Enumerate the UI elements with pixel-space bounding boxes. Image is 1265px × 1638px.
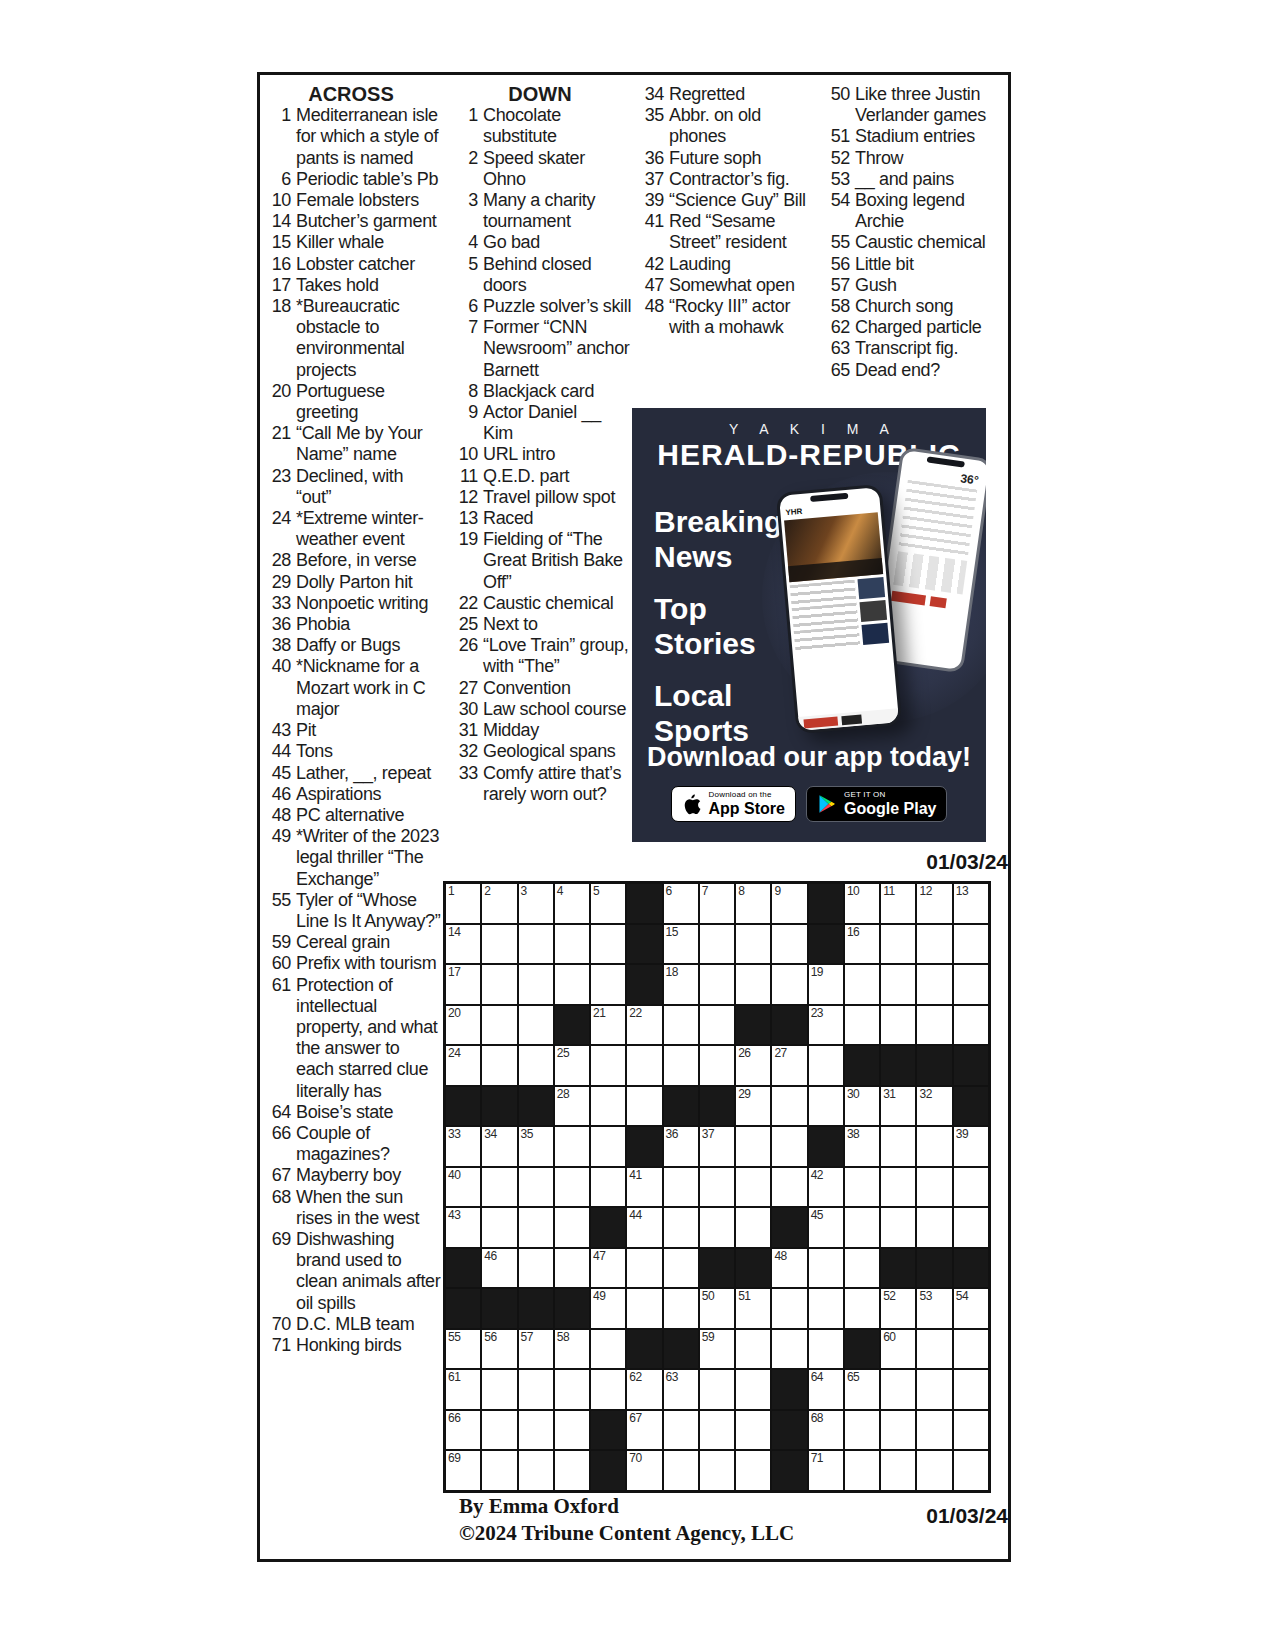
cell-r12c10[interactable]: [772, 1330, 806, 1369]
cell-r9c15[interactable]: [954, 1208, 988, 1247]
clue-number: 55: [820, 232, 855, 253]
clue-20: 20Portuguese greeting: [261, 381, 441, 423]
clue-text: “Science Guy” Bill: [669, 190, 812, 211]
cell-number-11: 11: [883, 884, 894, 898]
cell-r3c7[interactable]: 18: [664, 965, 698, 1004]
cell-r13c7[interactable]: 63: [664, 1370, 698, 1409]
cell-r10c6[interactable]: [627, 1249, 661, 1288]
clue-text: Abbr. on old phones: [669, 105, 812, 147]
cell-r11c12[interactable]: [845, 1289, 879, 1328]
cell-r15c12[interactable]: [845, 1451, 879, 1490]
clue-text: Caustic chemical: [855, 232, 1010, 253]
clue-number: 11: [448, 466, 483, 487]
clue-number: 49: [261, 826, 296, 847]
cell-r11c9[interactable]: 51: [736, 1289, 770, 1328]
cell-r2c7[interactable]: 15: [664, 925, 698, 964]
cell-r2c12[interactable]: 16: [845, 925, 879, 964]
cell-r9c8[interactable]: [700, 1208, 734, 1247]
cell-r10c3[interactable]: [519, 1249, 553, 1288]
cell-r8c10[interactable]: [772, 1168, 806, 1207]
ad-yakima-herald-republic[interactable]: Y A K I M A HERALD-REPUBLIC Breaking New…: [632, 408, 986, 842]
cell-number-46: 46: [484, 1249, 496, 1263]
cell-r12c9[interactable]: [736, 1330, 770, 1369]
cell-r14c15[interactable]: [954, 1411, 988, 1450]
cell-r3c9[interactable]: [736, 965, 770, 1004]
down-column-3: 50Like three Justin Verlander games51Sta…: [820, 84, 1010, 381]
cell-r14c13[interactable]: [881, 1411, 915, 1450]
cell-r4c8[interactable]: [700, 1006, 734, 1045]
cell-r15c2[interactable]: [482, 1451, 516, 1490]
cell-r9c11[interactable]: 45: [809, 1208, 843, 1247]
cell-r7c14[interactable]: [917, 1127, 951, 1166]
clue-text: Blackjack card: [483, 381, 632, 402]
cell-r8c15[interactable]: [954, 1168, 988, 1207]
clue-text: Midday: [483, 720, 632, 741]
cell-r5c10[interactable]: 27: [772, 1046, 806, 1085]
clue-54: 54Boxing legend Archie: [820, 190, 1010, 232]
clue-21: 21“Call Me by Your Name” name: [261, 423, 441, 465]
clue-69: 69Dishwashing brand used to clean animal…: [261, 1229, 441, 1314]
down-header: DOWN: [448, 84, 632, 105]
clue-9: 9Actor Daniel __ Kim: [448, 402, 632, 444]
cell-r2c10[interactable]: [772, 925, 806, 964]
clue-number: 9: [448, 402, 483, 423]
clue-24: 24*Extreme winter-weather event: [261, 508, 441, 550]
cell-r14c14[interactable]: [917, 1411, 951, 1450]
phone-story-row: [794, 623, 889, 651]
cell-r13c6[interactable]: 62: [627, 1370, 661, 1409]
cell-r8c3[interactable]: [519, 1168, 553, 1207]
clue-text: Somewhat open: [669, 275, 812, 296]
clue-text: Law school course: [483, 699, 632, 720]
cell-r3c5[interactable]: [591, 965, 625, 1004]
cell-r4c3[interactable]: [519, 1006, 553, 1045]
clue-47: 47Somewhat open: [634, 275, 812, 296]
cell-r3c10[interactable]: [772, 965, 806, 1004]
cell-number-44: 44: [629, 1208, 641, 1222]
cell-r2c15[interactable]: [954, 925, 988, 964]
cell-r13c15[interactable]: [954, 1370, 988, 1409]
cell-r9c2[interactable]: [482, 1208, 516, 1247]
clue-number: 41: [634, 211, 669, 232]
cell-r11c11[interactable]: [809, 1289, 843, 1328]
cell-r9c12[interactable]: [845, 1208, 879, 1247]
cell-r15c3[interactable]: [519, 1451, 553, 1490]
cell-r2c13[interactable]: [881, 925, 915, 964]
clue-number: 67: [261, 1165, 296, 1186]
cell-r14c6[interactable]: 67: [627, 1411, 661, 1450]
cell-r9c7[interactable]: [664, 1208, 698, 1247]
cell-r5c7[interactable]: [664, 1046, 698, 1085]
cell-r5c6[interactable]: [627, 1046, 661, 1085]
cell-r1c4[interactable]: 4: [555, 884, 589, 923]
cell-number-58: 58: [557, 1330, 569, 1344]
cell-r6c6[interactable]: [627, 1087, 661, 1126]
cell-r4c5[interactable]: 21: [591, 1006, 625, 1045]
cell-r7c5[interactable]: [591, 1127, 625, 1166]
clue-text: Pit: [296, 720, 441, 741]
cell-r1c9[interactable]: 8: [736, 884, 770, 923]
ad-brand-city: Y A K I M A: [632, 421, 986, 437]
cell-r12c14[interactable]: [917, 1330, 951, 1369]
cell-r8c6[interactable]: 41: [627, 1168, 661, 1207]
cell-r4c1[interactable]: 20: [446, 1006, 480, 1045]
cell-r12c2[interactable]: 56: [482, 1330, 516, 1369]
cell-r8c7[interactable]: [664, 1168, 698, 1207]
cell-number-9: 9: [774, 884, 780, 898]
cell-r14c9[interactable]: [736, 1411, 770, 1450]
cell-r7c9[interactable]: [736, 1127, 770, 1166]
cell-r6c12[interactable]: 30: [845, 1087, 879, 1126]
clue-3: 3Many a charity tournament: [448, 190, 632, 232]
cell-r11c15[interactable]: 54: [954, 1289, 988, 1328]
cell-r4c15[interactable]: [954, 1006, 988, 1045]
cell-r3c15[interactable]: [954, 965, 988, 1004]
cell-r11c13[interactable]: 52: [881, 1289, 915, 1328]
cell-r4c14[interactable]: [917, 1006, 951, 1045]
cell-number-50: 50: [702, 1289, 714, 1303]
black-cell-r4c4: [555, 1006, 589, 1045]
cell-r7c12[interactable]: 38: [845, 1127, 879, 1166]
cell-r1c15[interactable]: 13: [954, 884, 988, 923]
cell-r3c14[interactable]: [917, 965, 951, 1004]
clue-51: 51Stadium entries: [820, 126, 1010, 147]
cell-r8c2[interactable]: [482, 1168, 516, 1207]
cell-r2c4[interactable]: [555, 925, 589, 964]
cell-r3c8[interactable]: [700, 965, 734, 1004]
cell-number-60: 60: [883, 1330, 895, 1344]
clue-25: 25Next to: [448, 614, 632, 635]
cell-number-47: 47: [593, 1249, 605, 1263]
clue-40: 40*Nickname for a Mozart work in C major: [261, 656, 441, 720]
clue-text: Future soph: [669, 148, 812, 169]
cell-number-53: 53: [919, 1289, 931, 1303]
cell-r1c8[interactable]: 7: [700, 884, 734, 923]
cell-r14c1[interactable]: 66: [446, 1411, 480, 1450]
cell-r15c8[interactable]: [700, 1451, 734, 1490]
cell-r6c5[interactable]: [591, 1087, 625, 1126]
clue-46: 46Aspirations: [261, 784, 441, 805]
clue-50: 50Like three Justin Verlander games: [820, 84, 1010, 126]
cell-r11c6[interactable]: [627, 1289, 661, 1328]
clue-number: 36: [261, 614, 296, 635]
cell-r11c8[interactable]: 50: [700, 1289, 734, 1328]
cell-r15c15[interactable]: [954, 1451, 988, 1490]
cell-r12c1[interactable]: 55: [446, 1330, 480, 1369]
cell-r9c6[interactable]: 44: [627, 1208, 661, 1247]
cell-r11c10[interactable]: [772, 1289, 806, 1328]
phone-text-lines: [898, 480, 977, 559]
clue-55: 55Tyler of “Whose Line Is It Anyway?”: [261, 890, 441, 932]
cell-r13c14[interactable]: [917, 1370, 951, 1409]
cell-r4c13[interactable]: [881, 1006, 915, 1045]
cell-r2c8[interactable]: [700, 925, 734, 964]
cell-r14c8[interactable]: [700, 1411, 734, 1450]
cell-r2c5[interactable]: [591, 925, 625, 964]
cell-number-59: 59: [702, 1330, 714, 1344]
cell-r12c11[interactable]: [809, 1330, 843, 1369]
clue-43: 43Pit: [261, 720, 441, 741]
cell-r13c2[interactable]: [482, 1370, 516, 1409]
cell-r15c13[interactable]: [881, 1451, 915, 1490]
cell-r13c5[interactable]: [591, 1370, 625, 1409]
cell-r2c2[interactable]: [482, 925, 516, 964]
clue-17: 17Takes hold: [261, 275, 441, 296]
app-store-badge[interactable]: Download on the App Store: [671, 786, 796, 822]
cell-r14c2[interactable]: [482, 1411, 516, 1450]
cell-r9c14[interactable]: [917, 1208, 951, 1247]
clue-text: Little bit: [855, 254, 1010, 275]
cell-r3c2[interactable]: [482, 965, 516, 1004]
clue-number: 68: [261, 1187, 296, 1208]
cell-r12c8[interactable]: 59: [700, 1330, 734, 1369]
clue-36: 36Future soph: [634, 148, 812, 169]
clue-number: 47: [634, 275, 669, 296]
cell-r5c9[interactable]: 26: [736, 1046, 770, 1085]
black-cell-r6c7: [664, 1087, 698, 1126]
clue-number: 26: [448, 635, 483, 656]
cell-r7c3[interactable]: 35: [519, 1127, 553, 1166]
cell-r8c4[interactable]: [555, 1168, 589, 1207]
cell-number-71: 71: [811, 1451, 823, 1465]
cell-r9c3[interactable]: [519, 1208, 553, 1247]
cell-r13c3[interactable]: [519, 1370, 553, 1409]
clue-text: Aspirations: [296, 784, 441, 805]
cell-r3c4[interactable]: [555, 965, 589, 1004]
cell-r1c13[interactable]: 11: [881, 884, 915, 923]
clue-number: 13: [448, 508, 483, 529]
cell-r5c8[interactable]: [700, 1046, 734, 1085]
cell-r15c1[interactable]: 69: [446, 1451, 480, 1490]
clue-16: 16Lobster catcher: [261, 254, 441, 275]
cell-r6c4[interactable]: 28: [555, 1087, 589, 1126]
cell-r1c2[interactable]: 2: [482, 884, 516, 923]
cell-r1c7[interactable]: 6: [664, 884, 698, 923]
cell-r3c11[interactable]: 19: [809, 965, 843, 1004]
cell-r2c3[interactable]: [519, 925, 553, 964]
cell-r1c3[interactable]: 3: [519, 884, 553, 923]
app-store-badge-small-text: Download on the: [709, 791, 785, 799]
cell-r5c3[interactable]: [519, 1046, 553, 1085]
cell-r5c1[interactable]: 24: [446, 1046, 480, 1085]
cell-r12c13[interactable]: 60: [881, 1330, 915, 1369]
black-cell-r6c1: [446, 1087, 480, 1126]
cell-r3c1[interactable]: 17: [446, 965, 480, 1004]
clue-number: 37: [634, 169, 669, 190]
clue-53: 53__ and pains: [820, 169, 1010, 190]
cell-r1c1[interactable]: 1: [446, 884, 480, 923]
cell-r6c14[interactable]: 32: [917, 1087, 951, 1126]
cell-r8c9[interactable]: [736, 1168, 770, 1207]
cell-r7c1[interactable]: 33: [446, 1127, 480, 1166]
clue-15: 15Killer whale: [261, 232, 441, 253]
clue-text: Prefix with tourism: [296, 953, 441, 974]
clue-number: 50: [820, 84, 855, 105]
cell-r7c8[interactable]: 37: [700, 1127, 734, 1166]
clue-number: 20: [261, 381, 296, 402]
cell-r14c4[interactable]: [555, 1411, 589, 1450]
cell-r8c11[interactable]: 42: [809, 1168, 843, 1207]
google-play-badge-big-text: Google Play: [844, 801, 936, 817]
cell-r2c9[interactable]: [736, 925, 770, 964]
cell-number-62: 62: [629, 1370, 641, 1384]
cell-r5c11[interactable]: [809, 1046, 843, 1085]
clue-text: Dishwashing brand used to clean animals …: [296, 1229, 441, 1314]
cell-r1c10[interactable]: 9: [772, 884, 806, 923]
clue-text: __ and pains: [855, 169, 1010, 190]
cell-number-54: 54: [956, 1289, 968, 1303]
cell-r15c6[interactable]: 70: [627, 1451, 661, 1490]
cell-r4c7[interactable]: [664, 1006, 698, 1045]
cell-r12c15[interactable]: [954, 1330, 988, 1369]
cell-r8c8[interactable]: [700, 1168, 734, 1207]
black-cell-r9c10: [772, 1208, 806, 1247]
black-cell-r12c7: [664, 1330, 698, 1369]
cell-r10c11[interactable]: [809, 1249, 843, 1288]
clue-34: 34Regretted: [634, 84, 812, 105]
cell-r13c1[interactable]: 61: [446, 1370, 480, 1409]
cell-number-23: 23: [811, 1006, 823, 1020]
cell-r15c11[interactable]: 71: [809, 1451, 843, 1490]
phone-forecast-grid: [893, 551, 967, 594]
cell-r10c10[interactable]: 48: [772, 1249, 806, 1288]
cell-r14c7[interactable]: [664, 1411, 698, 1450]
cell-r14c12[interactable]: [845, 1411, 879, 1450]
clue-text: Declined, with “out”: [296, 466, 441, 508]
clue-number: 52: [820, 148, 855, 169]
cell-r8c14[interactable]: [917, 1168, 951, 1207]
clue-text: Next to: [483, 614, 632, 635]
cell-r9c9[interactable]: [736, 1208, 770, 1247]
cell-r15c4[interactable]: [555, 1451, 589, 1490]
cell-number-14: 14: [448, 925, 460, 939]
cell-r8c1[interactable]: 40: [446, 1168, 480, 1207]
cell-r1c12[interactable]: 10: [845, 884, 879, 923]
cell-r4c6[interactable]: 22: [627, 1006, 661, 1045]
cell-number-29: 29: [738, 1087, 750, 1101]
clue-number: 33: [448, 763, 483, 784]
cell-r8c13[interactable]: [881, 1168, 915, 1207]
black-cell-r5c13: [881, 1046, 915, 1085]
cell-r11c7[interactable]: [664, 1289, 698, 1328]
cell-r13c11[interactable]: 64: [809, 1370, 843, 1409]
cell-r11c5[interactable]: 49: [591, 1289, 625, 1328]
clue-text: Dead end?: [855, 360, 1010, 381]
cell-r13c9[interactable]: [736, 1370, 770, 1409]
cell-r8c5[interactable]: [591, 1168, 625, 1207]
cell-r4c12[interactable]: [845, 1006, 879, 1045]
cell-r13c12[interactable]: 65: [845, 1370, 879, 1409]
ad-feature-local-sports: Local Sports: [654, 678, 782, 748]
cell-r12c4[interactable]: 58: [555, 1330, 589, 1369]
cell-r12c5[interactable]: [591, 1330, 625, 1369]
cell-r15c14[interactable]: [917, 1451, 951, 1490]
black-cell-r6c8: [700, 1087, 734, 1126]
date-top: 01/03/24: [788, 850, 1008, 874]
cell-r10c2[interactable]: 46: [482, 1249, 516, 1288]
clue-number: 44: [261, 741, 296, 762]
cell-r13c13[interactable]: [881, 1370, 915, 1409]
clue-5: 5Behind closed doors: [448, 254, 632, 296]
cell-r15c9[interactable]: [736, 1451, 770, 1490]
clue-text: Takes hold: [296, 275, 441, 296]
clue-number: 16: [261, 254, 296, 275]
clue-number: 7: [448, 317, 483, 338]
cell-r14c11[interactable]: 68: [809, 1411, 843, 1450]
cell-r10c12[interactable]: [845, 1249, 879, 1288]
cell-r4c11[interactable]: 23: [809, 1006, 843, 1045]
cell-r6c11[interactable]: [809, 1087, 843, 1126]
clue-number: 70: [261, 1314, 296, 1335]
clue-12: 12Travel pillow spot: [448, 487, 632, 508]
cell-r7c15[interactable]: 39: [954, 1127, 988, 1166]
cell-r7c10[interactable]: [772, 1127, 806, 1166]
cell-r4c2[interactable]: [482, 1006, 516, 1045]
cell-r5c4[interactable]: 25: [555, 1046, 589, 1085]
cell-number-57: 57: [521, 1330, 533, 1344]
google-play-badge[interactable]: GET IT ON Google Play: [806, 786, 947, 822]
cell-r8c12[interactable]: [845, 1168, 879, 1207]
cell-r1c14[interactable]: 12: [917, 884, 951, 923]
clue-text: Speed skater Ohno: [483, 148, 632, 190]
cell-r1c5[interactable]: 5: [591, 884, 625, 923]
cell-r10c5[interactable]: 47: [591, 1249, 625, 1288]
app-store-badge-big-text: App Store: [709, 801, 785, 817]
cell-r9c4[interactable]: [555, 1208, 589, 1247]
cell-r10c4[interactable]: [555, 1249, 589, 1288]
clue-number: 60: [261, 953, 296, 974]
clue-number: 30: [448, 699, 483, 720]
clue-56: 56Little bit: [820, 254, 1010, 275]
cell-r9c1[interactable]: 43: [446, 1208, 480, 1247]
cell-r6c9[interactable]: 29: [736, 1087, 770, 1126]
cell-r6c13[interactable]: 31: [881, 1087, 915, 1126]
cell-r13c8[interactable]: [700, 1370, 734, 1409]
cell-number-39: 39: [956, 1127, 968, 1141]
cell-r7c7[interactable]: 36: [664, 1127, 698, 1166]
byline: By Emma Oxford: [459, 1494, 619, 1519]
clue-number: 51: [820, 126, 855, 147]
cell-r3c3[interactable]: [519, 965, 553, 1004]
down-column-1: DOWN 1Chocolate substitute2Speed skater …: [448, 84, 632, 805]
cell-r9c13[interactable]: [881, 1208, 915, 1247]
cell-r6c10[interactable]: [772, 1087, 806, 1126]
cell-number-26: 26: [738, 1046, 750, 1060]
cell-r5c2[interactable]: [482, 1046, 516, 1085]
clue-number: 33: [261, 593, 296, 614]
cell-r13c4[interactable]: [555, 1370, 589, 1409]
clue-number: 56: [820, 254, 855, 275]
cell-r7c4[interactable]: [555, 1127, 589, 1166]
cell-r3c13[interactable]: [881, 965, 915, 1004]
cell-r12c3[interactable]: 57: [519, 1330, 553, 1369]
cell-r5c5[interactable]: [591, 1046, 625, 1085]
clue-text: Behind closed doors: [483, 254, 632, 296]
clue-number: 2: [448, 148, 483, 169]
cell-r7c13[interactable]: [881, 1127, 915, 1166]
cell-r11c14[interactable]: 53: [917, 1289, 951, 1328]
clue-text: Chocolate substitute: [483, 105, 632, 147]
cell-r14c3[interactable]: [519, 1411, 553, 1450]
cell-r2c14[interactable]: [917, 925, 951, 964]
cell-r3c12[interactable]: [845, 965, 879, 1004]
cell-number-66: 66: [448, 1411, 460, 1425]
black-cell-r2c11: [809, 925, 843, 964]
cell-r2c1[interactable]: 14: [446, 925, 480, 964]
cell-r10c7[interactable]: [664, 1249, 698, 1288]
cell-r15c7[interactable]: [664, 1451, 698, 1490]
cell-r7c2[interactable]: 34: [482, 1127, 516, 1166]
